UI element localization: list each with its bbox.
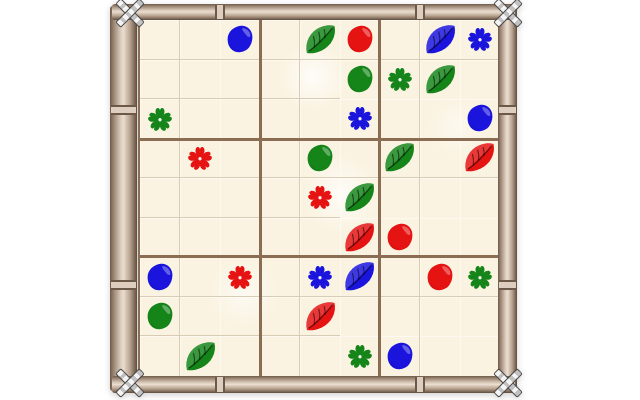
cell-r9c7[interactable]: [380, 336, 420, 376]
cell-r6c6[interactable]: [340, 218, 380, 258]
cell-r9c5[interactable]: [300, 336, 340, 376]
piece-blue-flower: [345, 103, 375, 133]
cell-r5c2[interactable]: [180, 178, 220, 218]
cell-r7c1[interactable]: [140, 257, 180, 297]
cell-r1c6[interactable]: [340, 20, 380, 60]
cell-r7c3[interactable]: [220, 257, 260, 297]
piece-red-drop: [384, 221, 416, 253]
cell-r8c3[interactable]: [220, 297, 260, 337]
piece-red-drop: [344, 23, 376, 55]
cell-r8c2[interactable]: [180, 297, 220, 337]
frame-bar-bottom: [112, 376, 515, 393]
cell-r5c8[interactable]: [420, 178, 460, 218]
frame-joint: [499, 105, 516, 115]
piece-green-flower: [385, 64, 415, 94]
cell-r2c8[interactable]: [420, 60, 460, 100]
frame-bar-top: [112, 4, 515, 20]
cell-r6c3[interactable]: [220, 218, 260, 258]
cell-r3c7[interactable]: [380, 99, 420, 139]
frame-joint: [415, 5, 425, 19]
cell-r3c3[interactable]: [220, 99, 260, 139]
cell-r5c4[interactable]: [260, 178, 300, 218]
cell-r5c1[interactable]: [140, 178, 180, 218]
cell-r8c8[interactable]: [420, 297, 460, 337]
cell-r3c9[interactable]: [460, 99, 500, 139]
piece-green-flower: [145, 104, 175, 134]
piece-red-flower: [305, 182, 335, 212]
cell-r6c2[interactable]: [180, 218, 220, 258]
cell-r6c5[interactable]: [300, 218, 340, 258]
cell-r5c3[interactable]: [220, 178, 260, 218]
cell-r1c7[interactable]: [380, 20, 420, 60]
corner-lashing-bottom-left: [117, 370, 143, 396]
cell-r1c4[interactable]: [260, 20, 300, 60]
piece-green-drop: [304, 142, 336, 174]
frame-joint: [111, 105, 136, 115]
sudoku-board: [110, 4, 517, 393]
piece-red-flower: [185, 143, 215, 173]
frame-joint: [111, 280, 136, 290]
cell-r2c1[interactable]: [140, 60, 180, 100]
cell-r3c1[interactable]: [140, 99, 180, 139]
cell-r4c7[interactable]: [380, 139, 420, 179]
cell-r9c3[interactable]: [220, 336, 260, 376]
cell-r8c7[interactable]: [380, 297, 420, 337]
piece-blue-flower: [305, 262, 335, 292]
cell-r3c6[interactable]: [340, 99, 380, 139]
cell-r7c7[interactable]: [380, 257, 420, 297]
cell-r8c1[interactable]: [140, 297, 180, 337]
frame-bar-left: [110, 6, 137, 391]
cell-r7c4[interactable]: [260, 257, 300, 297]
piece-red-leaf: [303, 299, 338, 334]
cell-r2c7[interactable]: [380, 60, 420, 100]
piece-blue-drop: [144, 261, 176, 293]
cell-r1c3[interactable]: [220, 20, 260, 60]
cell-r4c1[interactable]: [140, 139, 180, 179]
cell-r8c4[interactable]: [260, 297, 300, 337]
corner-lashing-bottom-right: [495, 370, 521, 396]
box-divider-horizontal-2: [140, 255, 500, 258]
piece-green-flower: [465, 262, 495, 292]
sudoku-grid: [140, 20, 500, 376]
cell-r4c5[interactable]: [300, 139, 340, 179]
cell-r9c4[interactable]: [260, 336, 300, 376]
piece-blue-flower: [465, 24, 495, 54]
cell-r4c4[interactable]: [260, 139, 300, 179]
piece-green-drop: [344, 63, 376, 95]
grid-frame: [138, 18, 502, 378]
cell-r6c8[interactable]: [420, 218, 460, 258]
cell-r2c3[interactable]: [220, 60, 260, 100]
frame-joint: [499, 280, 516, 290]
corner-lashing-top-left: [117, 0, 143, 26]
cell-r7c2[interactable]: [180, 257, 220, 297]
cell-r7c9[interactable]: [460, 257, 500, 297]
piece-blue-leaf: [423, 22, 458, 57]
piece-green-flower: [345, 341, 375, 371]
piece-red-flower: [225, 262, 255, 292]
cell-r3c4[interactable]: [260, 99, 300, 139]
piece-blue-drop: [464, 102, 496, 134]
cell-r9c9[interactable]: [460, 336, 500, 376]
cell-r3c2[interactable]: [180, 99, 220, 139]
cell-r7c6[interactable]: [340, 257, 380, 297]
cell-r4c8[interactable]: [420, 139, 460, 179]
cell-r4c2[interactable]: [180, 139, 220, 179]
page-background: [0, 0, 640, 400]
cell-r3c8[interactable]: [420, 99, 460, 139]
cell-r1c1[interactable]: [140, 20, 180, 60]
corner-lashing-top-right: [495, 0, 521, 26]
cell-r2c2[interactable]: [180, 60, 220, 100]
frame-bar-right: [498, 6, 517, 391]
piece-red-leaf: [462, 140, 497, 175]
cell-r4c6[interactable]: [340, 139, 380, 179]
piece-green-leaf: [382, 140, 417, 175]
cell-r1c8[interactable]: [420, 20, 460, 60]
cell-r6c1[interactable]: [140, 218, 180, 258]
cell-r7c5[interactable]: [300, 257, 340, 297]
cell-r2c9[interactable]: [460, 60, 500, 100]
piece-green-drop: [144, 300, 176, 332]
cell-r6c9[interactable]: [460, 218, 500, 258]
cell-r5c6[interactable]: [340, 178, 380, 218]
piece-red-drop: [424, 261, 456, 293]
piece-green-leaf: [342, 180, 377, 215]
box-divider-vertical-1: [259, 20, 262, 376]
cell-r8c6[interactable]: [340, 297, 380, 337]
piece-green-leaf: [183, 339, 218, 374]
piece-green-leaf: [303, 22, 338, 57]
frame-joint: [215, 5, 225, 19]
piece-red-leaf: [342, 220, 377, 255]
cell-r7c8[interactable]: [420, 257, 460, 297]
cell-r4c9[interactable]: [460, 139, 500, 179]
cell-r1c5[interactable]: [300, 20, 340, 60]
cell-r3c5[interactable]: [300, 99, 340, 139]
cell-r9c1[interactable]: [140, 336, 180, 376]
cell-r2c5[interactable]: [300, 60, 340, 100]
cell-r9c2[interactable]: [180, 336, 220, 376]
box-divider-horizontal-1: [140, 138, 500, 141]
cell-r1c9[interactable]: [460, 20, 500, 60]
piece-green-leaf: [423, 62, 458, 97]
cell-r9c8[interactable]: [420, 336, 460, 376]
cell-r6c7[interactable]: [380, 218, 420, 258]
cell-r2c6[interactable]: [340, 60, 380, 100]
cell-r8c9[interactable]: [460, 297, 500, 337]
frame-joint: [415, 377, 425, 392]
cell-r5c7[interactable]: [380, 178, 420, 218]
frame-joint: [215, 377, 225, 392]
piece-blue-drop: [384, 340, 416, 372]
cell-r5c9[interactable]: [460, 178, 500, 218]
cell-r1c2[interactable]: [180, 20, 220, 60]
cell-r6c4[interactable]: [260, 218, 300, 258]
piece-blue-drop: [224, 23, 256, 55]
cell-r9c6[interactable]: [340, 336, 380, 376]
cell-r8c5[interactable]: [300, 297, 340, 337]
cell-r2c4[interactable]: [260, 60, 300, 100]
cell-r4c3[interactable]: [220, 139, 260, 179]
piece-blue-leaf: [342, 259, 377, 294]
cell-r5c5[interactable]: [300, 178, 340, 218]
box-divider-vertical-2: [378, 20, 381, 376]
